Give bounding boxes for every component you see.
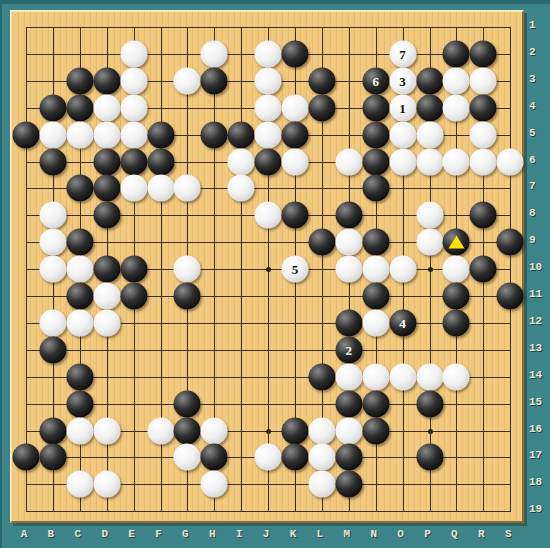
stone-black[interactable] [282,40,309,67]
stone-white[interactable] [443,67,470,94]
stone-white[interactable] [66,417,93,444]
stone-white[interactable] [39,121,66,148]
stone-white[interactable] [147,417,174,444]
stone-white[interactable] [282,148,309,175]
stone-black[interactable] [39,417,66,444]
stone-white[interactable] [362,309,389,336]
stone-black[interactable] [335,444,362,471]
column-label: Q [444,528,464,540]
column-label: D [95,528,115,540]
stone-black[interactable] [308,94,335,121]
stone-white[interactable] [416,121,443,148]
stone-black[interactable] [174,417,201,444]
stone-black[interactable] [93,148,120,175]
stone-black[interactable] [362,94,389,121]
stone-black[interactable] [470,202,497,229]
row-label: 6 [529,154,549,166]
stone-white[interactable] [416,148,443,175]
stone-white[interactable] [201,40,228,67]
row-label: 2 [529,46,549,58]
row-label: 3 [529,73,549,85]
stone-white[interactable] [174,67,201,94]
stone-white[interactable] [443,94,470,121]
row-label: 15 [529,396,549,408]
stone-white[interactable] [470,148,497,175]
column-label: K [283,528,303,540]
stone-white[interactable] [335,417,362,444]
stone-black[interactable] [228,121,255,148]
row-label: 14 [529,369,549,381]
stone-white[interactable] [93,471,120,498]
column-label: S [498,528,518,540]
stone-white[interactable] [497,148,524,175]
stone-black[interactable] [255,148,282,175]
stone-white[interactable] [120,67,147,94]
stone-white[interactable] [335,363,362,390]
stone-white[interactable] [39,309,66,336]
stone-white[interactable] [93,309,120,336]
stone-black[interactable] [39,444,66,471]
move-number-label: 7 [399,47,406,60]
stone-black[interactable] [93,175,120,202]
stone-white[interactable] [66,256,93,283]
stone-black[interactable] [201,67,228,94]
stone-black[interactable]: 6 [362,67,389,94]
stone-black[interactable] [497,229,524,256]
stone-black[interactable] [39,94,66,121]
column-label: F [149,528,169,540]
stone-black[interactable] [174,283,201,310]
stone-white[interactable] [201,417,228,444]
column-label: I [229,528,249,540]
stone-white[interactable] [66,471,93,498]
column-label: B [41,528,61,540]
stone-black[interactable]: 2 [335,336,362,363]
stone-white[interactable] [389,121,416,148]
stone-white[interactable] [174,256,201,283]
stone-white[interactable] [335,229,362,256]
stone-black[interactable] [147,148,174,175]
stone-black[interactable] [308,67,335,94]
row-label: 10 [529,261,549,273]
triangle-marker-icon [448,235,464,248]
stone-white[interactable] [93,94,120,121]
stone-white[interactable]: 3 [389,67,416,94]
stone-white[interactable] [470,67,497,94]
column-label: G [175,528,195,540]
move-number-label: 5 [292,263,299,276]
column-label: N [364,528,384,540]
row-label: 18 [529,476,549,488]
grid-line-horizontal [26,511,511,512]
stone-white[interactable] [389,256,416,283]
move-number-label: 3 [399,74,406,87]
stone-black[interactable] [470,94,497,121]
stone-black[interactable] [362,390,389,417]
stone-black[interactable] [13,444,40,471]
stone-black[interactable] [443,283,470,310]
stone-black[interactable] [416,67,443,94]
stone-white[interactable] [66,309,93,336]
stone-white[interactable] [416,363,443,390]
stone-white[interactable] [308,417,335,444]
stone-white[interactable] [470,121,497,148]
stone-black[interactable]: 4 [389,309,416,336]
column-label: L [310,528,330,540]
stone-black[interactable] [147,121,174,148]
stone-black[interactable] [362,229,389,256]
stone-white[interactable] [255,202,282,229]
stone-black[interactable] [362,283,389,310]
move-number-label: 4 [399,316,406,329]
stone-black[interactable] [416,444,443,471]
stone-black[interactable] [93,67,120,94]
star-point [428,267,433,272]
stone-black[interactable] [120,148,147,175]
row-label: 7 [529,180,549,192]
stone-black[interactable] [66,175,93,202]
stone-black[interactable] [66,94,93,121]
stone-white[interactable] [120,94,147,121]
column-label: J [256,528,276,540]
row-label: 16 [529,423,549,435]
stone-white[interactable] [362,363,389,390]
stone-black[interactable] [308,229,335,256]
stone-black[interactable] [66,390,93,417]
stone-black[interactable] [66,229,93,256]
stone-white[interactable] [255,40,282,67]
stone-black[interactable] [362,148,389,175]
stone-black[interactable] [93,256,120,283]
stone-white[interactable] [443,148,470,175]
stone-black[interactable] [335,471,362,498]
stone-black[interactable] [13,121,40,148]
stone-white[interactable]: 7 [389,40,416,67]
stone-white[interactable] [335,148,362,175]
stone-black[interactable] [362,417,389,444]
stone-black[interactable] [201,444,228,471]
stone-white[interactable] [147,175,174,202]
stone-white[interactable] [228,148,255,175]
stone-white[interactable] [255,121,282,148]
column-label: C [68,528,88,540]
stone-white[interactable] [66,121,93,148]
star-point [266,429,271,434]
stone-white[interactable] [228,175,255,202]
column-label: P [418,528,438,540]
stone-black[interactable] [443,309,470,336]
stone-black[interactable] [39,148,66,175]
stone-black[interactable] [66,67,93,94]
go-app-window: 7631542 ABCDEFGHIJKLMNOPQRS 123456789101… [0,0,550,548]
column-label: R [471,528,491,540]
stone-black[interactable] [66,283,93,310]
stone-white[interactable] [255,94,282,121]
row-label: 17 [529,449,549,461]
stone-black[interactable] [93,202,120,229]
stone-white[interactable] [120,40,147,67]
stone-black[interactable] [282,121,309,148]
stone-black[interactable] [201,121,228,148]
stone-white[interactable] [416,202,443,229]
stone-black[interactable] [443,40,470,67]
stone-black[interactable] [362,175,389,202]
stone-white[interactable] [255,444,282,471]
stone-black[interactable] [362,121,389,148]
stone-white[interactable] [282,94,309,121]
stone-white[interactable] [120,121,147,148]
row-label: 13 [529,342,549,354]
stone-white[interactable] [39,202,66,229]
stone-white[interactable] [93,121,120,148]
row-label: 12 [529,315,549,327]
row-label: 1 [529,19,549,31]
stone-black[interactable] [470,40,497,67]
grid-line-vertical [510,27,511,512]
row-label: 8 [529,207,549,219]
stone-black[interactable] [282,417,309,444]
stone-white[interactable] [93,417,120,444]
stone-white[interactable]: 5 [282,256,309,283]
stone-white[interactable] [120,175,147,202]
row-label: 11 [529,288,549,300]
stone-black[interactable] [443,229,470,256]
stone-white[interactable] [362,256,389,283]
stone-black[interactable] [335,202,362,229]
stone-white[interactable] [443,363,470,390]
stone-white[interactable] [201,471,228,498]
stone-black[interactable] [174,390,201,417]
stone-white[interactable] [255,67,282,94]
move-number-label: 2 [346,343,353,356]
stone-black[interactable] [335,390,362,417]
stone-white[interactable] [335,256,362,283]
go-board[interactable]: 7631542 [10,10,524,523]
stone-black[interactable] [120,283,147,310]
stone-white[interactable]: 1 [389,94,416,121]
stone-white[interactable] [416,229,443,256]
move-number-label: 1 [399,101,406,114]
stone-black[interactable] [308,363,335,390]
row-label: 5 [529,127,549,139]
column-label: O [391,528,411,540]
stone-white[interactable] [389,148,416,175]
stone-white[interactable] [93,283,120,310]
stone-black[interactable] [335,309,362,336]
stone-white[interactable] [389,363,416,390]
column-label: A [14,528,34,540]
grid-line-horizontal [26,350,511,351]
stone-white[interactable] [174,444,201,471]
stone-black[interactable] [416,390,443,417]
column-label: M [337,528,357,540]
stone-black[interactable] [66,363,93,390]
stone-black[interactable] [39,336,66,363]
move-number-label: 6 [372,74,379,87]
stone-white[interactable] [39,256,66,283]
stone-white[interactable] [308,444,335,471]
stone-black[interactable] [282,444,309,471]
row-label: 19 [529,503,549,515]
stone-white[interactable] [443,256,470,283]
stone-black[interactable] [470,256,497,283]
row-label: 4 [529,100,549,112]
star-point [428,429,433,434]
stone-black[interactable] [497,283,524,310]
column-label: H [202,528,222,540]
stone-white[interactable] [308,471,335,498]
stone-black[interactable] [120,256,147,283]
stone-black[interactable] [282,202,309,229]
row-label: 9 [529,234,549,246]
stone-white[interactable] [174,175,201,202]
stone-black[interactable] [416,94,443,121]
stone-white[interactable] [39,229,66,256]
star-point [266,267,271,272]
column-label: E [122,528,142,540]
